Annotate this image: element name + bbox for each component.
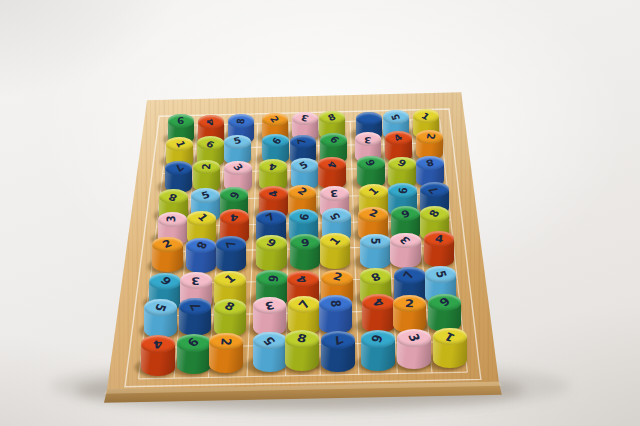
peg-r6c8-pink[interactable]: 3 — [390, 233, 421, 269]
peg-top: 7 — [321, 331, 355, 349]
peg-number: 5 — [298, 160, 310, 171]
peg-number: 1 — [420, 111, 432, 121]
peg-number: 8 — [296, 333, 308, 345]
peg-top: 2 — [193, 160, 221, 174]
peg-top: 2 — [416, 130, 443, 144]
peg-top: 2 — [358, 207, 388, 222]
peg-top: 8 — [285, 330, 319, 348]
peg-number: 4 — [326, 160, 339, 169]
peg-number: 7 — [330, 334, 345, 347]
peg-number: 9 — [265, 237, 279, 249]
peg-top: 4 — [362, 294, 395, 311]
peg-number: 4 — [205, 117, 217, 127]
peg-r8c3-lime[interactable]: 8 — [214, 299, 247, 338]
peg-number: 3 — [364, 135, 372, 144]
peg-r9c5-lime[interactable]: 8 — [285, 330, 319, 371]
peg-number: 5 — [329, 211, 343, 221]
peg-top: 6 — [357, 156, 385, 170]
peg-number: 1 — [223, 273, 238, 285]
peg-top: 5 — [224, 135, 251, 149]
peg-number: 7 — [172, 163, 185, 174]
peg-number: 2 — [201, 164, 212, 171]
peg-top: 9 — [197, 136, 224, 150]
peg-number: 7 — [427, 184, 441, 195]
peg-number: 5 — [262, 334, 279, 347]
peg-top: 5 — [360, 234, 391, 250]
peg-r6c2-royal[interactable]: 8 — [186, 238, 217, 274]
peg-top: 8 — [214, 299, 247, 316]
peg-top: 8 — [228, 114, 254, 128]
peg-number: 7 — [187, 301, 203, 312]
peg-number: 4 — [392, 133, 405, 143]
peg-r8c1-sky[interactable]: 5 — [144, 299, 177, 338]
peg-number: 5 — [369, 238, 381, 245]
peg-r9c9-yellow[interactable]: 1 — [433, 328, 467, 369]
peg-number: 5 — [390, 113, 402, 121]
peg-top: 6 — [168, 114, 194, 128]
peg-top: 9 — [149, 273, 181, 290]
peg-top: 1 — [214, 271, 246, 288]
peg-number: 4 — [153, 338, 163, 349]
peg-r6c9-red[interactable]: 4 — [424, 231, 455, 267]
peg-r8c6-royal[interactable]: 8 — [319, 295, 352, 334]
peg-top: 2 — [288, 185, 317, 200]
peg-top: 7 — [420, 182, 449, 197]
peg-number: 1 — [327, 235, 342, 246]
peg-top: 8 — [416, 156, 444, 170]
peg-top: 2 — [262, 113, 288, 127]
peg-top: 1 — [187, 211, 217, 226]
peg-r8c7-red[interactable]: 4 — [362, 294, 395, 333]
peg-top: 1 — [166, 137, 193, 151]
peg-number: 2 — [295, 187, 308, 198]
peg-number: 3 — [166, 216, 178, 223]
peg-r8c4-pink[interactable]: 3 — [253, 297, 286, 336]
peg-top: 4 — [220, 209, 250, 224]
peg-top: 5 — [291, 158, 319, 172]
peg-r8c2-navy[interactable]: 7 — [179, 298, 212, 337]
peg-top: 8 — [319, 295, 352, 312]
peg-number: 9 — [158, 275, 173, 287]
peg-top: 4 — [198, 115, 224, 129]
peg-number: 8 — [425, 158, 435, 168]
peg-top: 7 — [216, 236, 247, 252]
peg-top: 4 — [385, 131, 412, 145]
peg-top: 9 — [388, 157, 416, 171]
peg-number: 3 — [398, 235, 413, 247]
peg-r3c2-lime[interactable]: 2 — [193, 160, 221, 192]
peg-r8c9-green[interactable]: 6 — [428, 294, 461, 333]
peg-r8c8-orange[interactable]: 2 — [393, 295, 426, 334]
peg-top: 1 — [413, 109, 439, 123]
peg-number: 7 — [297, 138, 309, 145]
peg-r9c8-pink[interactable]: 3 — [397, 329, 431, 370]
peg-r9c2-green[interactable]: 6 — [177, 334, 211, 375]
peg-number: 2 — [268, 115, 281, 124]
peg-number: 2 — [331, 272, 343, 284]
peg-number: 4 — [268, 162, 278, 172]
peg-top: 2 — [152, 237, 183, 253]
peg-top: 8 — [319, 111, 345, 125]
peg-number: 3 — [191, 275, 200, 285]
peg-number: 6 — [177, 117, 184, 125]
peg-number: 9 — [370, 333, 386, 344]
peg-top: 3 — [180, 272, 212, 289]
peg-number: 9 — [396, 187, 408, 194]
peg-number: 8 — [326, 112, 337, 122]
peg-top — [356, 112, 382, 126]
peg-number: 6 — [400, 208, 412, 219]
peg-number: 3 — [263, 300, 275, 312]
photo-backdrop: 6482385119597634272345469885642319731479… — [0, 0, 640, 426]
peg-number: 3 — [330, 188, 339, 198]
peg-number: 5 — [233, 137, 243, 147]
peg-r6c1-orange[interactable]: 2 — [152, 237, 183, 273]
peg-top: 5 — [144, 299, 177, 316]
peg-number: 4 — [267, 189, 280, 197]
peg-number: 6 — [300, 237, 310, 248]
peg-top: 2 — [321, 270, 353, 287]
peg-top: 6 — [177, 334, 211, 352]
peg-r9c7-teal[interactable]: 9 — [361, 330, 395, 371]
peg-top: 7 — [179, 298, 212, 315]
peg-number: 6 — [186, 336, 202, 349]
peg-number: 9 — [205, 138, 216, 148]
peg-number: 6 — [265, 274, 279, 283]
peg-top: 9 — [361, 330, 395, 348]
peg-top: 2 — [393, 295, 426, 312]
peg-number: 9 — [297, 212, 310, 221]
peg-number: 4 — [230, 212, 239, 222]
peg-r6c4-lime[interactable]: 9 — [256, 235, 287, 271]
peg-top: 5 — [425, 266, 457, 283]
peg-top: 4 — [141, 335, 175, 353]
peg-number: 8 — [329, 299, 343, 307]
peg-number: 2 — [219, 337, 233, 345]
peg-number: 4 — [434, 234, 444, 245]
peg-top: 8 — [420, 206, 450, 221]
peg-number: 5 — [433, 270, 448, 280]
peg-number: 3 — [231, 163, 245, 173]
peg-number: 2 — [367, 209, 379, 220]
peg-r9c4-sky[interactable]: 5 — [253, 332, 287, 373]
peg-top: 3 — [397, 329, 431, 347]
peg-r8c5-yellow[interactable]: 7 — [288, 296, 321, 335]
peg-top: 4 — [259, 159, 287, 173]
peg-top: 1 — [320, 233, 351, 249]
peg-number: 8 — [168, 191, 180, 202]
peg-number: 7 — [296, 299, 312, 311]
peg-number: 2 — [424, 133, 436, 140]
peg-number: 4 — [295, 273, 310, 284]
peg-top: 9 — [388, 183, 417, 198]
peg-top: 3 — [158, 212, 188, 227]
peg-top: 4 — [259, 186, 288, 201]
peg-r3c7-green[interactable]: 6 — [357, 156, 385, 188]
peg-r6c3-navy[interactable]: 7 — [216, 236, 247, 272]
peg-number: 6 — [327, 135, 340, 145]
peg-top: 5 — [253, 332, 287, 350]
peg-number: 1 — [442, 330, 457, 343]
peg-r6c6-yellow[interactable]: 1 — [320, 233, 351, 269]
peg-top: 3 — [390, 233, 421, 249]
peg-top: 8 — [360, 268, 392, 285]
peg-number: 9 — [396, 159, 408, 170]
peg-layer: 6482385119597634272345469885642319731479… — [0, 0, 640, 426]
peg-number: 8 — [194, 240, 209, 250]
peg-top: 3 — [320, 186, 349, 201]
peg-top: 6 — [428, 294, 461, 311]
peg-top: 5 — [383, 110, 409, 124]
peg-number: 8 — [369, 270, 382, 282]
peg-r6c5-green[interactable]: 6 — [290, 234, 321, 270]
peg-top: 3 — [224, 161, 252, 175]
peg-number: 5 — [200, 190, 211, 201]
peg-top: 7 — [394, 267, 426, 284]
peg-number: 8 — [427, 209, 441, 219]
peg-number: 8 — [223, 301, 237, 314]
peg-top: 2 — [209, 333, 243, 351]
peg-number: 1 — [367, 186, 381, 197]
peg-r9c3-orange[interactable]: 2 — [209, 333, 243, 374]
peg-r3c6-red[interactable]: 4 — [318, 157, 346, 189]
peg-number: 4 — [370, 296, 386, 309]
peg-number: 3 — [300, 114, 310, 124]
peg-number: 7 — [264, 212, 277, 224]
peg-top: 4 — [287, 271, 319, 288]
peg-number: 8 — [235, 117, 246, 124]
peg-number: 5 — [153, 302, 168, 312]
peg-top: 6 — [391, 206, 421, 221]
peg-top: 1 — [433, 328, 467, 346]
peg-top: 9 — [256, 235, 287, 251]
peg-number: 7 — [402, 270, 417, 281]
peg-top: 4 — [424, 231, 455, 247]
peg-number: 1 — [195, 213, 209, 224]
peg-number: 3 — [406, 332, 422, 343]
peg-r6c7-sky[interactable]: 5 — [360, 234, 391, 270]
peg-r9c6-navy[interactable]: 7 — [321, 331, 355, 372]
peg-r9c1-red[interactable]: 4 — [141, 335, 175, 376]
peg-r3c1-navy[interactable]: 7 — [165, 161, 193, 193]
peg-number: 1 — [173, 140, 186, 149]
peg-number: 2 — [161, 239, 174, 251]
peg-top: 6 — [290, 234, 321, 250]
peg-number: 6 — [227, 190, 241, 200]
peg-top: 3 — [355, 132, 382, 146]
peg-number: 9 — [269, 136, 282, 146]
peg-number: 6 — [437, 296, 452, 309]
peg-number: 2 — [405, 298, 415, 309]
peg-top: 3 — [253, 297, 286, 314]
peg-number: 6 — [364, 158, 377, 167]
peg-number: 7 — [224, 240, 238, 249]
